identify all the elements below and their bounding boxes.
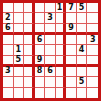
cell-r3-c1: 6 (3, 24, 14, 35)
cell-r5-c9[interactable] (87, 45, 98, 55)
cell-r8-c2[interactable] (14, 77, 25, 87)
cell-r9-c3[interactable] (24, 88, 35, 98)
cell-r1-c8: 5 (77, 3, 88, 13)
cell-r1-c5[interactable] (45, 3, 56, 13)
cell-r4-c7[interactable] (66, 35, 77, 45)
cell-r8-c4[interactable] (35, 77, 46, 87)
cell-r3-c9[interactable] (87, 24, 98, 35)
cell-r3-c4[interactable] (35, 24, 46, 35)
cell-r8-c6[interactable] (56, 77, 67, 87)
cell-r6-c3[interactable] (24, 56, 35, 67)
cell-r1-c2[interactable] (14, 3, 25, 13)
cell-r1-c6: 1 (56, 3, 67, 13)
cell-r9-c6[interactable] (56, 88, 67, 98)
cell-r7-c9[interactable] (87, 67, 98, 77)
cell-r3-c5[interactable] (45, 24, 56, 35)
cell-r3-c3[interactable] (24, 24, 35, 35)
cell-r5-c3[interactable] (24, 45, 35, 55)
cell-r7-c8[interactable] (77, 67, 88, 77)
cell-r5-c7[interactable] (66, 45, 77, 55)
cell-r4-c5[interactable] (45, 35, 56, 45)
cell-r4-c6[interactable] (56, 35, 67, 45)
cell-r8-c9[interactable] (87, 77, 98, 87)
cell-r2-c5: 3 (45, 13, 56, 23)
cell-r7-c3[interactable] (24, 67, 35, 77)
cell-r3-c8[interactable] (77, 24, 88, 35)
cell-r6-c7[interactable] (66, 56, 77, 67)
cell-r8-c3[interactable] (24, 77, 35, 87)
cell-r4-c3[interactable] (24, 35, 35, 45)
cell-r1-c3[interactable] (24, 3, 35, 13)
cell-r2-c2[interactable] (14, 13, 25, 23)
cell-r7-c4: 8 (35, 67, 46, 77)
cell-r3-c7: 9 (66, 24, 77, 35)
cell-r7-c5: 6 (45, 67, 56, 77)
cell-r6-c1[interactable] (3, 56, 14, 67)
cell-r6-c9[interactable] (87, 56, 98, 67)
cell-r8-c8: 5 (77, 77, 88, 87)
cell-r6-c5[interactable] (45, 56, 56, 67)
cell-r7-c6[interactable] (56, 67, 67, 77)
cell-r2-c8[interactable] (77, 13, 88, 23)
cell-r9-c8[interactable] (77, 88, 88, 98)
cell-r6-c2: 5 (14, 56, 25, 67)
cell-r3-c2[interactable] (14, 24, 25, 35)
sudoku-board: 17523696314593865 (0, 0, 101, 101)
cell-r3-c6[interactable] (56, 24, 67, 35)
cell-r4-c8[interactable] (77, 35, 88, 45)
cell-r5-c6[interactable] (56, 45, 67, 55)
cell-r4-c9: 3 (87, 35, 98, 45)
cell-r9-c9[interactable] (87, 88, 98, 98)
cell-r9-c7[interactable] (66, 88, 77, 98)
cell-r7-c1: 3 (3, 67, 14, 77)
cell-r1-c9[interactable] (87, 3, 98, 13)
cell-r1-c4[interactable] (35, 3, 46, 13)
cell-r4-c1[interactable] (3, 35, 14, 45)
cell-r9-c1[interactable] (3, 88, 14, 98)
cell-r2-c3[interactable] (24, 13, 35, 23)
cell-r7-c2[interactable] (14, 67, 25, 77)
cell-r1-c7: 7 (66, 3, 77, 13)
cell-r9-c2[interactable] (14, 88, 25, 98)
cell-r5-c5[interactable] (45, 45, 56, 55)
cell-r7-c7[interactable] (66, 67, 77, 77)
cell-r6-c8[interactable] (77, 56, 88, 67)
cell-r4-c4: 6 (35, 35, 46, 45)
cell-r8-c7[interactable] (66, 77, 77, 87)
cell-r9-c5[interactable] (45, 88, 56, 98)
cell-r4-c2[interactable] (14, 35, 25, 45)
cell-r2-c6[interactable] (56, 13, 67, 23)
cell-r5-c1[interactable] (3, 45, 14, 55)
cell-r1-c1[interactable] (3, 3, 14, 13)
cell-r6-c6[interactable] (56, 56, 67, 67)
cell-r8-c1[interactable] (3, 77, 14, 87)
cell-r2-c4[interactable] (35, 13, 46, 23)
cell-r9-c4[interactable] (35, 88, 46, 98)
cell-r2-c9[interactable] (87, 13, 98, 23)
cell-r5-c8: 4 (77, 45, 88, 55)
cell-r8-c5[interactable] (45, 77, 56, 87)
cell-r6-c4: 9 (35, 56, 46, 67)
